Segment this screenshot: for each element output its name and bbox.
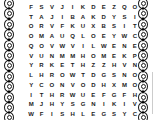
grid-cell-r4c9[interactable]: Y	[109, 31, 119, 41]
grid-cell-r12c8[interactable]: G	[99, 109, 109, 119]
grid-cell-r6c5[interactable]: M	[67, 51, 77, 61]
word-search-grid: FSVJIKDEZQOTAJIBAKDYSIORVFKUXBSITOMAUQLO…	[26, 2, 140, 119]
grid-cell-r1c4[interactable]: J	[57, 2, 67, 12]
grid-cell-r7c6[interactable]: H	[78, 61, 88, 71]
word-search-page: FSVJIKDEZQOTAJIBAKDYSIORVFKUXBSITOMAUQLO…	[0, 0, 160, 120]
grid-cell-r2c10[interactable]: S	[119, 12, 129, 22]
grid-cell-r5c10[interactable]: N	[119, 41, 129, 51]
ring-inner-icon	[7, 43, 12, 48]
grid-cell-r8c6[interactable]: T	[78, 70, 88, 80]
grid-cell-r8c7[interactable]: D	[88, 70, 98, 80]
grid-cell-r6c8[interactable]: M	[99, 51, 109, 61]
grid-cell-r12c3[interactable]: I	[47, 109, 57, 119]
grid-cell-r10c10[interactable]: F	[119, 90, 129, 100]
grid-cell-r11c9[interactable]: K	[109, 100, 119, 110]
grid-cell-r3c5[interactable]: K	[67, 22, 77, 32]
grid-cell-r5c9[interactable]: E	[109, 41, 119, 51]
grid-cell-r12c6[interactable]: L	[78, 109, 88, 119]
grid-cell-r12c10[interactable]: Y	[119, 109, 129, 119]
chain-border-left	[4, 0, 15, 120]
grid-cell-r8c9[interactable]: S	[109, 70, 119, 80]
grid-cell-r6c3[interactable]: N	[47, 51, 57, 61]
grid-cell-r4c1[interactable]: O	[26, 31, 36, 41]
grid-cell-r11c5[interactable]: S	[67, 100, 77, 110]
ring-inner-icon	[141, 43, 146, 48]
ring-inner-icon	[141, 32, 146, 37]
grid-cell-r12c9[interactable]: S	[109, 109, 119, 119]
grid-cell-r4c7[interactable]: O	[88, 31, 98, 41]
grid-cell-r5c4[interactable]: W	[57, 41, 67, 51]
grid-cell-r10c2[interactable]: T	[36, 90, 46, 100]
ring-inner-icon	[141, 95, 146, 100]
grid-cell-r11c6[interactable]: G	[78, 100, 88, 110]
grid-cell-r4c10[interactable]: W	[119, 31, 129, 41]
grid-cell-r5c5[interactable]: V	[67, 41, 77, 51]
grid-cell-r9c4[interactable]: N	[57, 80, 67, 90]
grid-cell-r1c7[interactable]: D	[88, 2, 98, 12]
grid-cell-r6c6[interactable]: H	[78, 51, 88, 61]
grid-cell-r11c1[interactable]: M	[26, 100, 36, 110]
grid-cell-r12c2[interactable]: F	[36, 109, 46, 119]
ring-inner-icon	[7, 115, 12, 120]
grid-cell-r5c1[interactable]: Q	[26, 41, 36, 51]
grid-cell-r8c1[interactable]: L	[26, 70, 36, 80]
grid-cell-r1c6[interactable]: K	[78, 2, 88, 12]
grid-cell-r9c3[interactable]: O	[47, 80, 57, 90]
grid-cell-r6c9[interactable]: E	[109, 51, 119, 61]
grid-cell-r3c2[interactable]: R	[36, 22, 46, 32]
grid-cell-r3c4[interactable]: F	[57, 22, 67, 32]
ring-inner-icon	[7, 95, 12, 100]
grid-cell-r8c3[interactable]: R	[47, 70, 57, 80]
grid-cell-r8c4[interactable]: O	[57, 70, 67, 80]
grid-cell-r9c2[interactable]: C	[36, 80, 46, 90]
grid-cell-r2c8[interactable]: D	[99, 12, 109, 22]
ring-inner-icon	[141, 84, 146, 89]
ring-inner-icon	[7, 1, 12, 6]
grid-cell-r10c7[interactable]: E	[88, 90, 98, 100]
grid-cell-r4c3[interactable]: A	[47, 31, 57, 41]
grid-cell-r3c6[interactable]: U	[78, 22, 88, 32]
ring-inner-icon	[7, 53, 12, 58]
grid-cell-r2c6[interactable]: A	[78, 12, 88, 22]
grid-cell-r1c1[interactable]: F	[26, 2, 36, 12]
ring-inner-icon	[141, 11, 146, 16]
grid-cell-r6c1[interactable]: V	[26, 51, 36, 61]
grid-cell-r1c10[interactable]: Q	[119, 2, 129, 12]
grid-cell-r9c8[interactable]: H	[99, 80, 109, 90]
grid-cell-r9c10[interactable]: M	[119, 80, 129, 90]
grid-cell-r5c2[interactable]: O	[36, 41, 46, 51]
grid-cell-r10c1[interactable]: I	[26, 90, 36, 100]
chain-link	[138, 112, 148, 120]
grid-cell-r5c6[interactable]: I	[78, 41, 88, 51]
grid-cell-r9c7[interactable]: D	[88, 80, 98, 90]
grid-cell-r7c9[interactable]: H	[109, 61, 119, 71]
chain-link	[4, 112, 14, 120]
grid-cell-r7c3[interactable]: K	[47, 61, 57, 71]
grid-cell-r7c8[interactable]: Z	[99, 61, 109, 71]
grid-cell-r2c2[interactable]: A	[36, 12, 46, 22]
grid-cell-r4c2[interactable]: M	[36, 31, 46, 41]
grid-cell-r11c7[interactable]: N	[88, 100, 98, 110]
grid-cell-r7c10[interactable]: V	[119, 61, 129, 71]
grid-cell-r9c6[interactable]: O	[78, 80, 88, 90]
grid-cell-r5c3[interactable]: V	[47, 41, 57, 51]
grid-cell-r8c8[interactable]: G	[99, 70, 109, 80]
grid-cell-r7c2[interactable]: R	[36, 61, 46, 71]
grid-cell-r12c1[interactable]: W	[26, 109, 36, 119]
grid-cell-r12c5[interactable]: H	[67, 109, 77, 119]
grid-cell-r1c2[interactable]: S	[36, 2, 46, 12]
ring-inner-icon	[141, 1, 146, 6]
ring-inner-icon	[7, 32, 12, 37]
grid-cell-r4c4[interactable]: U	[57, 31, 67, 41]
grid-cell-r6c2[interactable]: U	[36, 51, 46, 61]
grid-cell-r3c3[interactable]: V	[47, 22, 57, 32]
grid-cell-r5c7[interactable]: L	[88, 41, 98, 51]
grid-cell-r9c5[interactable]: V	[67, 80, 77, 90]
grid-cell-r11c3[interactable]: H	[47, 100, 57, 110]
grid-cell-r8c5[interactable]: W	[67, 70, 77, 80]
grid-cell-r9c1[interactable]: Y	[26, 80, 36, 90]
ring-inner-icon	[141, 63, 146, 68]
grid-cell-r10c6[interactable]: U	[78, 90, 88, 100]
grid-cell-r2c1[interactable]: T	[26, 12, 36, 22]
grid-cell-r1c5[interactable]: I	[67, 2, 77, 12]
grid-cell-r2c7[interactable]: K	[88, 12, 98, 22]
grid-cell-r3c1[interactable]: O	[26, 22, 36, 32]
grid-cell-r7c4[interactable]: E	[57, 61, 67, 71]
grid-cell-r4c8[interactable]: E	[99, 31, 109, 41]
grid-cell-r3c7[interactable]: X	[88, 22, 98, 32]
grid-cell-r6c7[interactable]: O	[88, 51, 98, 61]
grid-cell-r3c10[interactable]: I	[119, 22, 129, 32]
grid-cell-r6c4[interactable]: M	[57, 51, 67, 61]
ring-inner-icon	[7, 84, 12, 89]
ring-inner-icon	[141, 22, 146, 27]
grid-cell-r8c10[interactable]: N	[119, 70, 129, 80]
grid-cell-r2c4[interactable]: I	[57, 12, 67, 22]
grid-cell-r1c8[interactable]: E	[99, 2, 109, 12]
grid-cell-r1c9[interactable]: Z	[109, 2, 119, 12]
grid-cell-r12c7[interactable]: E	[88, 109, 98, 119]
grid-cell-r2c5[interactable]: B	[67, 12, 77, 22]
ring-inner-icon	[141, 115, 146, 120]
grid-cell-r8c2[interactable]: H	[36, 70, 46, 80]
grid-cell-r1c3[interactable]: V	[47, 2, 57, 12]
ring-inner-icon	[141, 105, 146, 110]
grid-cell-r11c8[interactable]: I	[99, 100, 109, 110]
grid-cell-r11c4[interactable]: Y	[57, 100, 67, 110]
grid-cell-r2c9[interactable]: Y	[109, 12, 119, 22]
ring-inner-icon	[7, 105, 12, 110]
grid-cell-r4c6[interactable]: L	[78, 31, 88, 41]
page-edge-rule	[152, 72, 153, 114]
grid-cell-r6c10[interactable]: K	[119, 51, 129, 61]
grid-cell-r3c8[interactable]: B	[99, 22, 109, 32]
grid-cell-r10c3[interactable]: H	[47, 90, 57, 100]
grid-cell-r5c8[interactable]: W	[99, 41, 109, 51]
grid-cell-r9c9[interactable]: X	[109, 80, 119, 90]
grid-cell-r7c5[interactable]: T	[67, 61, 77, 71]
grid-cell-r10c5[interactable]: W	[67, 90, 77, 100]
grid-cell-r11c10[interactable]: I	[119, 100, 129, 110]
ring-inner-icon	[141, 74, 146, 79]
ring-inner-icon	[7, 63, 12, 68]
grid-cell-r4c5[interactable]: Q	[67, 31, 77, 41]
ring-inner-icon	[141, 53, 146, 58]
grid-cell-r11c2[interactable]: J	[36, 100, 46, 110]
grid-cell-r7c1[interactable]: Y	[26, 61, 36, 71]
grid-cell-r10c8[interactable]: F	[99, 90, 109, 100]
grid-cell-r3c9[interactable]: S	[109, 22, 119, 32]
grid-cell-r10c4[interactable]: R	[57, 90, 67, 100]
grid-cell-r10c9[interactable]: G	[109, 90, 119, 100]
grid-cell-r2c3[interactable]: J	[47, 12, 57, 22]
grid-cell-r12c4[interactable]: S	[57, 109, 67, 119]
grid-cell-r7c7[interactable]: Z	[88, 61, 98, 71]
ring-inner-icon	[7, 22, 12, 27]
ring-inner-icon	[7, 74, 12, 79]
ring-inner-icon	[7, 11, 12, 16]
chain-border-right	[138, 0, 149, 120]
